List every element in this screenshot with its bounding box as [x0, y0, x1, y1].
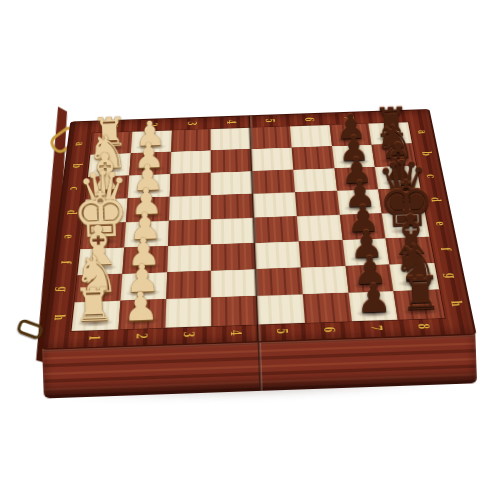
piece-bR-h8[interactable]: ♜	[399, 270, 442, 317]
scene: ♜♟♟♜♞♟♟♞♝♟♟♝♛♟♟♛♚♟♟♚♝♟♟♝♞♟♟♞♜♟♟♜ 11aa22b…	[0, 0, 500, 500]
square-a4[interactable]	[211, 128, 251, 151]
square-f4[interactable]	[211, 243, 256, 271]
square-f5[interactable]	[255, 241, 301, 269]
file-label-left-g: g	[53, 284, 71, 295]
rank-label-front-1: 1	[85, 332, 104, 344]
rank-label-front-2: 2	[132, 330, 150, 342]
fold-seam-front	[258, 341, 263, 391]
square-f3[interactable]	[167, 244, 212, 272]
square-a6[interactable]	[290, 125, 332, 148]
square-a3[interactable]	[171, 129, 211, 152]
chess-board: ♜♟♟♜♞♟♟♞♝♟♟♝♛♟♟♛♚♟♟♚♝♟♟♝♞♟♟♞♜♟♟♜ 11aa22b…	[43, 110, 474, 349]
rank-label-back-4: 4	[223, 118, 238, 126]
square-b5[interactable]	[251, 147, 293, 170]
square-g3[interactable]	[166, 270, 212, 299]
square-g5[interactable]	[256, 267, 303, 296]
file-label-left-f: f	[57, 257, 75, 267]
square-h3[interactable]	[165, 298, 212, 328]
square-c5[interactable]	[252, 170, 295, 194]
file-label-left-h: h	[50, 311, 69, 322]
file-label-right-g: g	[441, 270, 460, 281]
rank-label-front-3: 3	[179, 329, 197, 341]
square-d6[interactable]	[295, 191, 340, 216]
square-h8[interactable]: ♜	[394, 290, 445, 320]
square-d3[interactable]	[168, 195, 211, 220]
product-photo: ♜♟♟♜♞♟♟♞♝♟♟♝♛♟♟♛♚♟♟♚♝♟♟♝♞♟♟♞♜♟♟♜ 11aa22b…	[0, 0, 500, 500]
square-b6[interactable]	[291, 146, 334, 169]
piece-wP-h2[interactable]: ♟	[123, 287, 160, 327]
rank-label-back-3: 3	[184, 119, 199, 127]
square-b4[interactable]	[211, 149, 252, 172]
piece-bP-h7[interactable]: ♟	[355, 279, 392, 319]
square-h5[interactable]	[257, 294, 305, 324]
square-c3[interactable]	[169, 172, 211, 196]
piece-wR-h1[interactable]: ♜	[73, 282, 116, 329]
scene-tilt-wrapper: ♜♟♟♜♞♟♟♞♝♟♟♝♛♟♟♛♚♟♟♚♝♟♟♝♞♟♟♞♜♟♟♜ 11aa22b…	[0, 0, 500, 500]
square-e5[interactable]	[254, 216, 299, 242]
square-h6[interactable]	[303, 293, 352, 323]
rank-label-front-8: 8	[413, 321, 432, 333]
square-d4[interactable]	[211, 194, 254, 219]
square-h1[interactable]: ♜	[72, 301, 121, 331]
rank-label-front-7: 7	[366, 322, 385, 334]
rank-label-front-4: 4	[226, 327, 244, 339]
square-e6[interactable]	[297, 215, 343, 241]
square-a5[interactable]	[250, 126, 291, 149]
square-e4[interactable]	[211, 218, 255, 244]
square-d5[interactable]	[253, 192, 297, 217]
file-label-right-f: f	[436, 244, 454, 254]
rank-label-front-6: 6	[319, 324, 338, 336]
file-label-right-h: h	[446, 298, 465, 309]
square-h7[interactable]: ♟	[348, 291, 398, 321]
square-f6[interactable]	[298, 240, 345, 268]
rank-label-back-6: 6	[301, 115, 316, 123]
square-h2[interactable]: ♟	[118, 299, 166, 329]
rank-label-back-5: 5	[262, 117, 277, 125]
square-c6[interactable]	[293, 168, 337, 192]
square-h4[interactable]	[211, 296, 258, 326]
square-b3[interactable]	[170, 150, 211, 174]
square-g4[interactable]	[211, 269, 257, 298]
square-c4[interactable]	[211, 171, 253, 195]
rank-label-front-5: 5	[273, 325, 291, 337]
square-g6[interactable]	[300, 266, 348, 295]
square-e3[interactable]	[168, 219, 212, 246]
